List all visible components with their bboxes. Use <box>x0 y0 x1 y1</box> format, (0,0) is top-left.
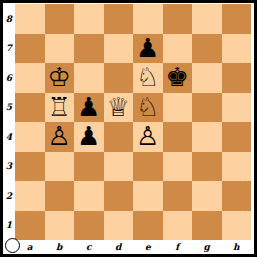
rank-label-2: 2 <box>3 181 15 211</box>
square-c6[interactable] <box>74 63 104 93</box>
square-d7[interactable] <box>104 34 134 64</box>
rank-label-8: 8 <box>3 4 15 34</box>
square-d5[interactable]: ♕ <box>104 93 134 123</box>
file-label-b: b <box>45 240 75 254</box>
square-b2[interactable] <box>45 181 75 211</box>
square-a8[interactable] <box>15 4 45 34</box>
piece-white-knight[interactable]: ♘ <box>133 93 163 123</box>
piece-white-pawn[interactable]: ♙ <box>45 122 75 152</box>
square-g8[interactable] <box>192 4 222 34</box>
square-e3[interactable] <box>133 152 163 182</box>
square-f1[interactable] <box>163 211 193 241</box>
file-label-f: f <box>163 240 193 254</box>
square-a3[interactable] <box>15 152 45 182</box>
square-d2[interactable] <box>104 181 134 211</box>
square-d6[interactable] <box>104 63 134 93</box>
piece-white-queen[interactable]: ♕ <box>104 93 134 123</box>
piece-black-pawn[interactable]: ♟ <box>133 34 163 64</box>
square-b3[interactable] <box>45 152 75 182</box>
square-a7[interactable] <box>15 34 45 64</box>
square-g4[interactable] <box>192 122 222 152</box>
chess-board: ♟♔♘♚♖♟♕♘♙♟♙ <box>15 4 251 240</box>
square-d8[interactable] <box>104 4 134 34</box>
square-f7[interactable] <box>163 34 193 64</box>
square-a1[interactable] <box>15 211 45 241</box>
square-e2[interactable] <box>133 181 163 211</box>
rank-label-6: 6 <box>3 63 15 93</box>
square-f8[interactable] <box>163 4 193 34</box>
square-e1[interactable] <box>133 211 163 241</box>
file-label-h: h <box>222 240 252 254</box>
square-b5[interactable]: ♖ <box>45 93 75 123</box>
square-g2[interactable] <box>192 181 222 211</box>
rank-labels: 87654321 <box>3 4 15 240</box>
rank-label-5: 5 <box>3 93 15 123</box>
piece-white-knight[interactable]: ♘ <box>133 63 163 93</box>
square-h5[interactable] <box>222 93 252 123</box>
square-e8[interactable] <box>133 4 163 34</box>
square-h3[interactable] <box>222 152 252 182</box>
square-h6[interactable] <box>222 63 252 93</box>
piece-black-king[interactable]: ♚ <box>163 63 193 93</box>
square-b4[interactable]: ♙ <box>45 122 75 152</box>
square-e7[interactable]: ♟ <box>133 34 163 64</box>
square-c7[interactable] <box>74 34 104 64</box>
square-c2[interactable] <box>74 181 104 211</box>
square-h7[interactable] <box>222 34 252 64</box>
square-h8[interactable] <box>222 4 252 34</box>
square-c1[interactable] <box>74 211 104 241</box>
square-b8[interactable] <box>45 4 75 34</box>
piece-white-rook[interactable]: ♖ <box>45 93 75 123</box>
file-label-e: e <box>133 240 163 254</box>
file-labels: abcdefgh <box>15 240 251 254</box>
square-e4[interactable]: ♙ <box>133 122 163 152</box>
side-to-move-indicator <box>5 238 20 253</box>
square-d1[interactable] <box>104 211 134 241</box>
rank-label-1: 1 <box>3 211 15 241</box>
square-f5[interactable] <box>163 93 193 123</box>
file-label-c: c <box>74 240 104 254</box>
square-f4[interactable] <box>163 122 193 152</box>
rank-label-3: 3 <box>3 152 15 182</box>
piece-white-pawn[interactable]: ♙ <box>133 122 163 152</box>
square-g3[interactable] <box>192 152 222 182</box>
square-g7[interactable] <box>192 34 222 64</box>
piece-black-pawn[interactable]: ♟ <box>74 93 104 123</box>
square-a4[interactable] <box>15 122 45 152</box>
square-c8[interactable] <box>74 4 104 34</box>
square-b6[interactable]: ♔ <box>45 63 75 93</box>
square-h4[interactable] <box>222 122 252 152</box>
square-b1[interactable] <box>45 211 75 241</box>
square-h2[interactable] <box>222 181 252 211</box>
square-g6[interactable] <box>192 63 222 93</box>
square-c5[interactable]: ♟ <box>74 93 104 123</box>
square-h1[interactable] <box>222 211 252 241</box>
square-a6[interactable] <box>15 63 45 93</box>
piece-white-king[interactable]: ♔ <box>45 63 75 93</box>
square-c4[interactable]: ♟ <box>74 122 104 152</box>
piece-black-pawn[interactable]: ♟ <box>74 122 104 152</box>
rank-label-4: 4 <box>3 122 15 152</box>
square-g5[interactable] <box>192 93 222 123</box>
square-e5[interactable]: ♘ <box>133 93 163 123</box>
square-c3[interactable] <box>74 152 104 182</box>
chess-diagram: 87654321 ♟♔♘♚♖♟♕♘♙♟♙ abcdefgh <box>0 0 257 257</box>
square-f6[interactable]: ♚ <box>163 63 193 93</box>
rank-label-7: 7 <box>3 34 15 64</box>
file-label-d: d <box>104 240 134 254</box>
file-label-g: g <box>192 240 222 254</box>
square-f3[interactable] <box>163 152 193 182</box>
square-e6[interactable]: ♘ <box>133 63 163 93</box>
square-a5[interactable] <box>15 93 45 123</box>
square-f2[interactable] <box>163 181 193 211</box>
square-d3[interactable] <box>104 152 134 182</box>
square-g1[interactable] <box>192 211 222 241</box>
square-b7[interactable] <box>45 34 75 64</box>
square-d4[interactable] <box>104 122 134 152</box>
square-a2[interactable] <box>15 181 45 211</box>
